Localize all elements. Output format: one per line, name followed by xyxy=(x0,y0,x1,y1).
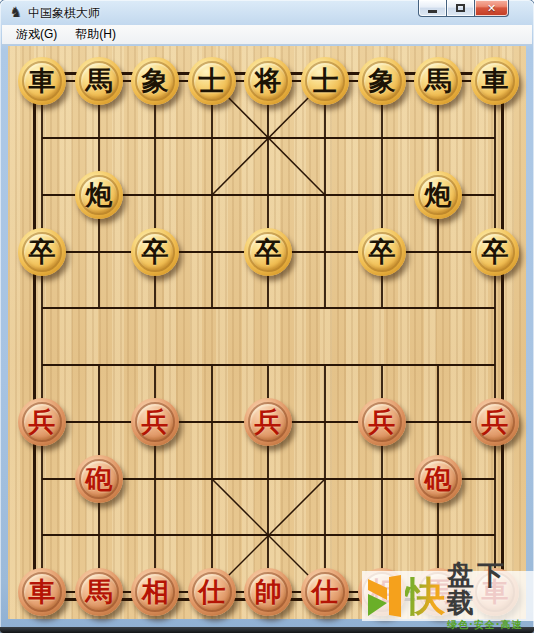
piece-glyph: 車 xyxy=(29,578,56,605)
app-window: ♞ 中国象棋大师 ✕ 游戏(G)帮助(H) 車馬象士将士象馬車炮炮卒卒卒卒卒兵兵… xyxy=(0,0,534,633)
piece-black-卒[interactable]: 卒 xyxy=(131,228,179,276)
window-controls: ✕ xyxy=(418,0,509,18)
piece-black-炮[interactable]: 炮 xyxy=(414,171,462,219)
piece-black-卒[interactable]: 卒 xyxy=(244,228,292,276)
title-bar[interactable]: ♞ 中国象棋大师 ✕ xyxy=(0,0,534,25)
piece-glyph: 卒 xyxy=(482,238,509,265)
piece-black-馬[interactable]: 馬 xyxy=(414,57,462,105)
piece-glyph: 兵 xyxy=(142,408,169,435)
piece-glyph: 卒 xyxy=(369,238,396,265)
piece-glyph: 象 xyxy=(142,67,169,94)
piece-black-将[interactable]: 将 xyxy=(244,57,292,105)
piece-glyph: 兵 xyxy=(255,408,282,435)
kuaipan-logo-icon xyxy=(366,575,402,617)
piece-red-車[interactable]: 車 xyxy=(18,568,66,616)
close-button[interactable]: ✕ xyxy=(475,0,509,17)
maximize-button[interactable] xyxy=(447,0,475,17)
piece-glyph: 馬 xyxy=(425,67,452,94)
piece-glyph: 砲 xyxy=(86,465,113,492)
piece-black-車[interactable]: 車 xyxy=(18,57,66,105)
watermark-text-block: 盘下载 绿色·安全·高速 xyxy=(447,561,531,632)
piece-red-相[interactable]: 相 xyxy=(131,568,179,616)
watermark-brand-rest: 盘下载 xyxy=(447,561,531,617)
piece-red-兵[interactable]: 兵 xyxy=(131,398,179,446)
minimize-button[interactable] xyxy=(418,0,447,17)
piece-red-仕[interactable]: 仕 xyxy=(301,568,349,616)
piece-red-兵[interactable]: 兵 xyxy=(471,398,519,446)
piece-black-炮[interactable]: 炮 xyxy=(75,171,123,219)
piece-black-卒[interactable]: 卒 xyxy=(18,228,66,276)
piece-glyph: 兵 xyxy=(29,408,56,435)
piece-glyph: 士 xyxy=(199,67,226,94)
board-grid xyxy=(8,46,526,619)
piece-glyph: 仕 xyxy=(199,578,226,605)
piece-glyph: 兵 xyxy=(369,408,396,435)
piece-black-士[interactable]: 士 xyxy=(301,57,349,105)
piece-glyph: 兵 xyxy=(482,408,509,435)
piece-glyph: 炮 xyxy=(425,181,452,208)
watermark-brand-char: 快 xyxy=(405,575,445,617)
piece-red-兵[interactable]: 兵 xyxy=(244,398,292,446)
piece-glyph: 帥 xyxy=(255,578,282,605)
piece-black-卒[interactable]: 卒 xyxy=(471,228,519,276)
piece-black-士[interactable]: 士 xyxy=(188,57,236,105)
piece-glyph: 車 xyxy=(29,67,56,94)
xiangqi-board[interactable]: 車馬象士将士象馬車炮炮卒卒卒卒卒兵兵兵兵兵砲砲車馬相仕帥仕相馬車 xyxy=(8,46,526,619)
piece-red-兵[interactable]: 兵 xyxy=(358,398,406,446)
menu-item[interactable]: 帮助(H) xyxy=(68,24,123,45)
watermark-tagline: 绿色·安全·高速 xyxy=(447,618,523,632)
piece-glyph: 車 xyxy=(482,67,509,94)
piece-glyph: 卒 xyxy=(29,238,56,265)
piece-glyph: 卒 xyxy=(142,238,169,265)
maximize-icon xyxy=(456,4,465,12)
menu-bar: 游戏(G)帮助(H) xyxy=(2,25,532,45)
piece-glyph: 相 xyxy=(142,578,169,605)
download-watermark: 快 盘下载 绿色·安全·高速 xyxy=(362,571,534,621)
piece-glyph: 将 xyxy=(255,67,282,94)
piece-glyph: 砲 xyxy=(425,465,452,492)
piece-glyph: 馬 xyxy=(86,578,113,605)
piece-red-仕[interactable]: 仕 xyxy=(188,568,236,616)
piece-red-砲[interactable]: 砲 xyxy=(414,455,462,503)
piece-glyph: 象 xyxy=(369,67,396,94)
piece-glyph: 士 xyxy=(312,67,339,94)
piece-red-兵[interactable]: 兵 xyxy=(18,398,66,446)
app-icon: ♞ xyxy=(8,4,24,20)
minimize-icon xyxy=(428,10,437,13)
close-icon: ✕ xyxy=(487,2,496,15)
piece-glyph: 仕 xyxy=(312,578,339,605)
piece-black-馬[interactable]: 馬 xyxy=(75,57,123,105)
piece-red-帥[interactable]: 帥 xyxy=(244,568,292,616)
piece-glyph: 卒 xyxy=(255,238,282,265)
piece-glyph: 馬 xyxy=(86,67,113,94)
piece-black-象[interactable]: 象 xyxy=(358,57,406,105)
window-title: 中国象棋大师 xyxy=(28,5,100,22)
piece-black-象[interactable]: 象 xyxy=(131,57,179,105)
menu-item[interactable]: 游戏(G) xyxy=(9,24,64,45)
piece-red-馬[interactable]: 馬 xyxy=(75,568,123,616)
piece-black-卒[interactable]: 卒 xyxy=(358,228,406,276)
piece-black-車[interactable]: 車 xyxy=(471,57,519,105)
piece-red-砲[interactable]: 砲 xyxy=(75,455,123,503)
piece-glyph: 炮 xyxy=(86,181,113,208)
